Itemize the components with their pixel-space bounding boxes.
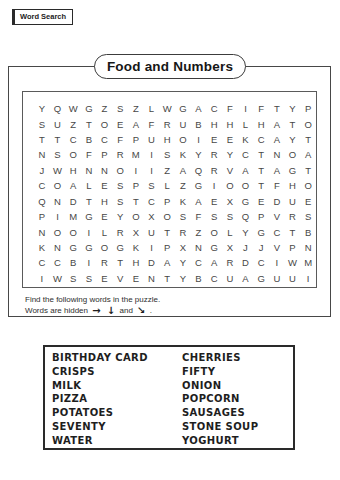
grid-cell-r3c7[interactable]: P — [128, 132, 144, 147]
grid-cell-r12c4[interactable]: S — [81, 271, 97, 286]
grid-cell-r9c16[interactable]: C — [269, 224, 285, 239]
grid-cell-r11c12[interactable]: A — [206, 255, 222, 270]
grid-cell-r2c13[interactable]: H — [222, 116, 238, 131]
grid-cell-r1c18[interactable]: P — [300, 101, 316, 116]
grid-cell-r8c16[interactable]: V — [269, 209, 285, 224]
grid-cell-r10c4[interactable]: G — [81, 240, 97, 255]
grid-cell-r3c5[interactable]: C — [97, 132, 113, 147]
instruction-period: . — [150, 306, 152, 315]
grid-cell-r12c17[interactable]: U — [285, 271, 301, 286]
grid-cell-r3c4[interactable]: B — [81, 132, 97, 147]
word-search-label: Word Search — [12, 9, 73, 25]
grid-cell-r1c1[interactable]: Y — [34, 101, 50, 116]
grid-cell-r12c8[interactable]: N — [144, 271, 160, 286]
grid-cell-r5c12[interactable]: R — [206, 163, 222, 178]
grid-cell-r4c16[interactable]: N — [269, 147, 285, 162]
grid-cell-r3c18[interactable]: T — [300, 132, 316, 147]
grid-cell-r9c7[interactable]: X — [128, 224, 144, 239]
word-list-right-column: CHERRIESFIFTYONIONPOPCORNSAUSAGESSTONE S… — [182, 351, 258, 448]
grid-cell-r10c1[interactable]: K — [34, 240, 50, 255]
grid-cell-r5c16[interactable]: A — [269, 163, 285, 178]
word-item: PIZZA — [52, 392, 148, 406]
grid-cell-r12c16[interactable]: U — [269, 271, 285, 286]
grid-cell-r6c2[interactable]: O — [50, 178, 66, 193]
grid-cell-r5c15[interactable]: T — [253, 163, 269, 178]
grid-cell-r9c5[interactable]: L — [97, 224, 113, 239]
grid-cell-r4c7[interactable]: M — [128, 147, 144, 162]
grid-cell-r4c11[interactable]: Y — [191, 147, 207, 162]
grid-cell-r8c8[interactable]: X — [144, 209, 160, 224]
grid-cell-r11c11[interactable]: C — [191, 255, 207, 270]
grid-cell-r10c18[interactable]: N — [300, 240, 316, 255]
instruction-line-2: Words are hidden → ↓ and ↘ . — [25, 305, 160, 316]
grid-cell-r9c10[interactable]: R — [175, 224, 191, 239]
grid-cell-r4c10[interactable]: K — [175, 147, 191, 162]
grid-cell-r12c9[interactable]: T — [159, 271, 175, 286]
grid-cell-r2c5[interactable]: O — [97, 116, 113, 131]
grid-cell-r8c2[interactable]: I — [50, 209, 66, 224]
grid-cell-r5c7[interactable]: I — [128, 163, 144, 178]
grid-cell-r4c9[interactable]: S — [159, 147, 175, 162]
grid-cell-r1c17[interactable]: Y — [285, 101, 301, 116]
grid-cell-r5c14[interactable]: A — [238, 163, 254, 178]
down-arrow-icon: ↓ — [105, 305, 117, 316]
grid-cell-r2c2[interactable]: U — [50, 116, 66, 131]
grid-cell-r9c2[interactable]: O — [50, 224, 66, 239]
grid-cell-r5c9[interactable]: Z — [159, 163, 175, 178]
grid-cell-r5c3[interactable]: H — [65, 163, 81, 178]
grid-cell-r11c5[interactable]: R — [97, 255, 113, 270]
grid-cell-r9c15[interactable]: G — [253, 224, 269, 239]
grid-cell-r10c5[interactable]: O — [97, 240, 113, 255]
grid-cell-r1c8[interactable]: L — [144, 101, 160, 116]
grid-cell-r5c6[interactable]: O — [112, 163, 128, 178]
grid-cell-r1c14[interactable]: I — [238, 101, 254, 116]
grid-cell-r3c13[interactable]: E — [222, 132, 238, 147]
grid-cell-r4c4[interactable]: F — [81, 147, 97, 162]
grid-cell-r8c5[interactable]: E — [97, 209, 113, 224]
grid-cell-r1c3[interactable]: W — [65, 101, 81, 116]
word-item: FIFTY — [182, 365, 258, 379]
grid-cell-r9c6[interactable]: R — [112, 224, 128, 239]
grid-cell-r7c9[interactable]: P — [159, 194, 175, 209]
grid-cell-r8c13[interactable]: S — [222, 209, 238, 224]
grid-cell-r8c6[interactable]: Y — [112, 209, 128, 224]
grid-cell-r3c8[interactable]: U — [144, 132, 160, 147]
grid-cell-r2c1[interactable]: S — [34, 116, 50, 131]
grid-cell-r5c5[interactable]: N — [97, 163, 113, 178]
grid-cell-r3c10[interactable]: O — [175, 132, 191, 147]
grid-cell-r9c8[interactable]: U — [144, 224, 160, 239]
letter-grid: YQWGZSZLWGACFIFTYPSUZTOEAFRUBHHLHATOTTCB… — [34, 101, 316, 286]
grid-cell-r7c11[interactable]: A — [191, 194, 207, 209]
grid-cell-r6c14[interactable]: O — [238, 178, 254, 193]
grid-cell-r12c13[interactable]: U — [222, 271, 238, 286]
grid-cell-r4c18[interactable]: A — [300, 147, 316, 162]
grid-cell-r5c13[interactable]: V — [222, 163, 238, 178]
grid-cell-r12c10[interactable]: Y — [175, 271, 191, 286]
grid-cell-r5c17[interactable]: G — [285, 163, 301, 178]
grid-cell-r9c3[interactable]: O — [65, 224, 81, 239]
grid-cell-r2c11[interactable]: B — [191, 116, 207, 131]
grid-cell-r10c9[interactable]: P — [159, 240, 175, 255]
grid-cell-r6c17[interactable]: H — [285, 178, 301, 193]
grid-cell-r10c10[interactable]: X — [175, 240, 191, 255]
grid-cell-r8c12[interactable]: S — [206, 209, 222, 224]
grid-cell-r6c1[interactable]: C — [34, 178, 50, 193]
grid-cell-r11c8[interactable]: D — [144, 255, 160, 270]
word-item: MILK — [52, 379, 148, 393]
grid-cell-r6c10[interactable]: Z — [175, 178, 191, 193]
grid-cell-r6c5[interactable]: E — [97, 178, 113, 193]
grid-cell-r9c13[interactable]: L — [222, 224, 238, 239]
grid-cell-r8c14[interactable]: Q — [238, 209, 254, 224]
grid-cell-r6c15[interactable]: T — [253, 178, 269, 193]
grid-cell-r4c2[interactable]: S — [50, 147, 66, 162]
grid-cell-r5c8[interactable]: I — [144, 163, 160, 178]
grid-cell-r1c6[interactable]: S — [112, 101, 128, 116]
grid-cell-r1c16[interactable]: T — [269, 101, 285, 116]
grid-cell-r12c5[interactable]: E — [97, 271, 113, 286]
grid-cell-r4c17[interactable]: O — [285, 147, 301, 162]
grid-cell-r2c14[interactable]: L — [238, 116, 254, 131]
grid-cell-r4c6[interactable]: R — [112, 147, 128, 162]
grid-cell-r9c4[interactable]: I — [81, 224, 97, 239]
grid-cell-r3c9[interactable]: H — [159, 132, 175, 147]
grid-cell-r8c4[interactable]: G — [81, 209, 97, 224]
grid-cell-r4c8[interactable]: I — [144, 147, 160, 162]
grid-cell-r8c1[interactable]: P — [34, 209, 50, 224]
word-item: ONION — [182, 379, 258, 393]
grid-cell-r12c18[interactable]: I — [300, 271, 316, 286]
grid-cell-r3c6[interactable]: F — [112, 132, 128, 147]
grid-cell-r10c17[interactable]: P — [285, 240, 301, 255]
grid-cell-r2c12[interactable]: H — [206, 116, 222, 131]
grid-cell-r8c15[interactable]: P — [253, 209, 269, 224]
grid-cell-r5c11[interactable]: Q — [191, 163, 207, 178]
grid-cell-r12c1[interactable]: I — [34, 271, 50, 286]
grid-cell-r3c17[interactable]: Y — [285, 132, 301, 147]
instruction-and-text: and — [119, 306, 132, 315]
grid-cell-r11c1[interactable]: C — [34, 255, 50, 270]
grid-cell-r6c9[interactable]: L — [159, 178, 175, 193]
grid-cell-r8c17[interactable]: R — [285, 209, 301, 224]
grid-cell-r6c4[interactable]: L — [81, 178, 97, 193]
letter-grid-box: YQWGZSZLWGACFIFTYPSUZTOEAFRUBHHLHATOTTCB… — [22, 91, 317, 288]
grid-cell-r11c13[interactable]: R — [222, 255, 238, 270]
grid-cell-r1c9[interactable]: W — [159, 101, 175, 116]
grid-cell-r2c7[interactable]: A — [128, 116, 144, 131]
grid-cell-r9c12[interactable]: O — [206, 224, 222, 239]
grid-cell-r7c3[interactable]: D — [65, 194, 81, 209]
grid-cell-r5c4[interactable]: N — [81, 163, 97, 178]
grid-cell-r2c8[interactable]: F — [144, 116, 160, 131]
grid-cell-r9c18[interactable]: B — [300, 224, 316, 239]
grid-cell-r7c7[interactable]: T — [128, 194, 144, 209]
grid-cell-r10c11[interactable]: N — [191, 240, 207, 255]
word-item: SAUSAGES — [182, 406, 258, 420]
grid-cell-r6c12[interactable]: I — [206, 178, 222, 193]
grid-cell-r6c11[interactable]: G — [191, 178, 207, 193]
puzzle-title-pill: Food and Numbers — [94, 54, 246, 79]
grid-cell-r7c1[interactable]: Q — [34, 194, 50, 209]
grid-cell-r1c15[interactable]: F — [253, 101, 269, 116]
grid-cell-r6c7[interactable]: P — [128, 178, 144, 193]
grid-cell-r11c9[interactable]: A — [159, 255, 175, 270]
grid-cell-r10c6[interactable]: G — [112, 240, 128, 255]
grid-cell-r1c4[interactable]: G — [81, 101, 97, 116]
grid-cell-r7c15[interactable]: E — [253, 194, 269, 209]
grid-cell-r4c15[interactable]: T — [253, 147, 269, 162]
grid-cell-r11c3[interactable]: B — [65, 255, 81, 270]
grid-cell-r4c3[interactable]: O — [65, 147, 81, 162]
word-item: WATER — [52, 434, 148, 448]
instructions: Find the following words in the puzzle. … — [25, 294, 160, 316]
word-item: YOGHURT — [182, 434, 258, 448]
grid-cell-r1c2[interactable]: Q — [50, 101, 66, 116]
grid-cell-r9c1[interactable]: N — [34, 224, 50, 239]
grid-cell-r11c6[interactable]: T — [112, 255, 128, 270]
grid-cell-r11c4[interactable]: I — [81, 255, 97, 270]
grid-cell-r10c7[interactable]: K — [128, 240, 144, 255]
grid-cell-r1c11[interactable]: A — [191, 101, 207, 116]
grid-cell-r3c2[interactable]: T — [50, 132, 66, 147]
grid-cell-r10c8[interactable]: I — [144, 240, 160, 255]
grid-cell-r7c12[interactable]: E — [206, 194, 222, 209]
diagonal-arrow-icon: ↘ — [135, 305, 147, 316]
grid-cell-r3c11[interactable]: I — [191, 132, 207, 147]
grid-cell-r7c10[interactable]: K — [175, 194, 191, 209]
grid-cell-r8c7[interactable]: O — [128, 209, 144, 224]
grid-cell-r7c8[interactable]: C — [144, 194, 160, 209]
grid-cell-r4c1[interactable]: N — [34, 147, 50, 162]
grid-cell-r3c15[interactable]: C — [253, 132, 269, 147]
grid-cell-r10c2[interactable]: N — [50, 240, 66, 255]
grid-cell-r7c17[interactable]: U — [285, 194, 301, 209]
grid-cell-r1c5[interactable]: Z — [97, 101, 113, 116]
grid-cell-r2c18[interactable]: O — [300, 116, 316, 131]
grid-cell-r9c9[interactable]: T — [159, 224, 175, 239]
grid-cell-r2c16[interactable]: A — [269, 116, 285, 131]
grid-cell-r7c6[interactable]: S — [112, 194, 128, 209]
grid-cell-r10c16[interactable]: V — [269, 240, 285, 255]
grid-cell-r2c4[interactable]: T — [81, 116, 97, 131]
grid-cell-r3c12[interactable]: E — [206, 132, 222, 147]
grid-cell-r4c13[interactable]: Y — [222, 147, 238, 162]
grid-cell-r2c15[interactable]: H — [253, 116, 269, 131]
grid-cell-r8c10[interactable]: S — [175, 209, 191, 224]
grid-cell-r10c14[interactable]: J — [238, 240, 254, 255]
grid-cell-r8c9[interactable]: O — [159, 209, 175, 224]
grid-cell-r3c14[interactable]: K — [238, 132, 254, 147]
grid-cell-r12c7[interactable]: E — [128, 271, 144, 286]
grid-cell-r6c3[interactable]: A — [65, 178, 81, 193]
grid-cell-r11c2[interactable]: C — [50, 255, 66, 270]
grid-cell-r5c10[interactable]: A — [175, 163, 191, 178]
word-item: CRISPS — [52, 365, 148, 379]
grid-cell-r5c2[interactable]: W — [50, 163, 66, 178]
grid-cell-r5c18[interactable]: T — [300, 163, 316, 178]
grid-cell-r11c10[interactable]: Y — [175, 255, 191, 270]
grid-cell-r7c14[interactable]: G — [238, 194, 254, 209]
grid-cell-r7c4[interactable]: T — [81, 194, 97, 209]
grid-cell-r12c2[interactable]: W — [50, 271, 66, 286]
word-item: CHERRIES — [182, 351, 258, 365]
grid-cell-r11c18[interactable]: M — [300, 255, 316, 270]
grid-cell-r12c3[interactable]: S — [65, 271, 81, 286]
grid-cell-r7c13[interactable]: X — [222, 194, 238, 209]
word-item: BIRTHDAY CARD — [52, 351, 148, 365]
word-list-left-column: BIRTHDAY CARDCRISPSMILKPIZZAPOTATOESSEVE… — [52, 351, 148, 448]
word-item: STONE SOUP — [182, 420, 258, 434]
instruction-line-1: Find the following words in the puzzle. — [25, 294, 160, 305]
grid-cell-r6c18[interactable]: O — [300, 178, 316, 193]
grid-cell-r7c18[interactable]: E — [300, 194, 316, 209]
grid-cell-r9c17[interactable]: T — [285, 224, 301, 239]
grid-cell-r11c15[interactable]: C — [253, 255, 269, 270]
right-arrow-icon: → — [90, 305, 102, 316]
grid-cell-r4c12[interactable]: R — [206, 147, 222, 162]
grid-cell-r7c2[interactable]: N — [50, 194, 66, 209]
grid-cell-r1c10[interactable]: G — [175, 101, 191, 116]
word-list-box: BIRTHDAY CARDCRISPSMILKPIZZAPOTATOESSEVE… — [43, 345, 295, 450]
grid-cell-r2c9[interactable]: R — [159, 116, 175, 131]
grid-cell-r2c3[interactable]: Z — [65, 116, 81, 131]
word-item: POPCORN — [182, 392, 258, 406]
grid-cell-r2c6[interactable]: E — [112, 116, 128, 131]
word-item: SEVENTY — [52, 420, 148, 434]
puzzle-title: Food and Numbers — [107, 59, 233, 74]
instruction-line-2-prefix: Words are hidden — [25, 306, 88, 315]
grid-cell-r3c16[interactable]: A — [269, 132, 285, 147]
grid-cell-r5c1[interactable]: J — [34, 163, 50, 178]
grid-cell-r6c8[interactable]: S — [144, 178, 160, 193]
grid-cell-r1c7[interactable]: Z — [128, 101, 144, 116]
grid-cell-r4c5[interactable]: P — [97, 147, 113, 162]
grid-cell-r8c18[interactable]: S — [300, 209, 316, 224]
grid-cell-r1c13[interactable]: F — [222, 101, 238, 116]
grid-cell-r3c3[interactable]: C — [65, 132, 81, 147]
grid-cell-r10c12[interactable]: G — [206, 240, 222, 255]
grid-cell-r10c13[interactable]: X — [222, 240, 238, 255]
grid-cell-r11c17[interactable]: W — [285, 255, 301, 270]
grid-cell-r12c14[interactable]: A — [238, 271, 254, 286]
grid-cell-r6c6[interactable]: S — [112, 178, 128, 193]
grid-cell-r11c14[interactable]: D — [238, 255, 254, 270]
grid-cell-r8c11[interactable]: F — [191, 209, 207, 224]
grid-cell-r1c12[interactable]: C — [206, 101, 222, 116]
grid-cell-r10c3[interactable]: G — [65, 240, 81, 255]
grid-cell-r4c14[interactable]: C — [238, 147, 254, 162]
grid-cell-r2c17[interactable]: T — [285, 116, 301, 131]
grid-cell-r3c1[interactable]: T — [34, 132, 50, 147]
grid-cell-r12c6[interactable]: V — [112, 271, 128, 286]
grid-cell-r10c15[interactable]: J — [253, 240, 269, 255]
grid-cell-r12c11[interactable]: B — [191, 271, 207, 286]
grid-cell-r9c14[interactable]: Y — [238, 224, 254, 239]
grid-cell-r7c16[interactable]: D — [269, 194, 285, 209]
grid-cell-r12c12[interactable]: C — [206, 271, 222, 286]
grid-cell-r7c5[interactable]: H — [97, 194, 113, 209]
grid-cell-r6c16[interactable]: F — [269, 178, 285, 193]
grid-cell-r12c15[interactable]: G — [253, 271, 269, 286]
grid-cell-r2c10[interactable]: U — [175, 116, 191, 131]
grid-cell-r11c7[interactable]: H — [128, 255, 144, 270]
grid-cell-r6c13[interactable]: O — [222, 178, 238, 193]
grid-cell-r8c3[interactable]: M — [65, 209, 81, 224]
grid-cell-r9c11[interactable]: Z — [191, 224, 207, 239]
grid-cell-r11c16[interactable]: I — [269, 255, 285, 270]
word-item: POTATOES — [52, 406, 148, 420]
